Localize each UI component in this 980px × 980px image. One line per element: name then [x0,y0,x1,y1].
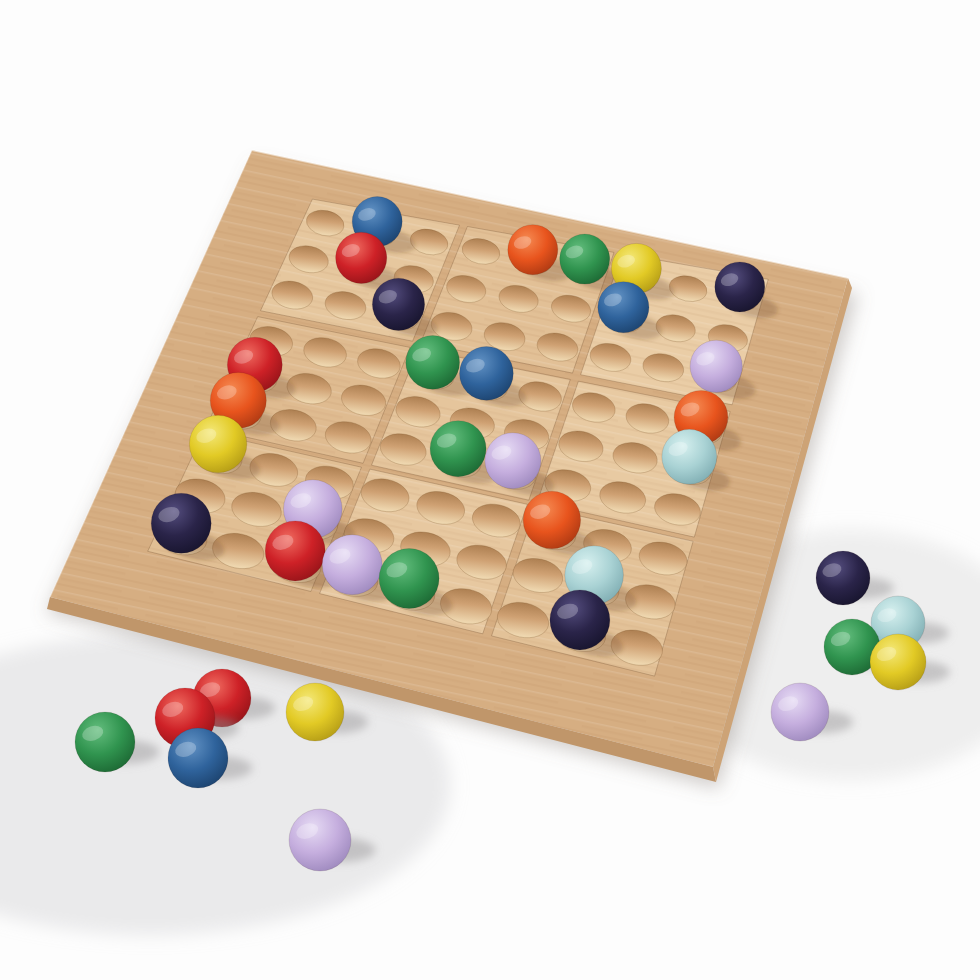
ball-dark-navy-r3c3[interactable] [372,278,424,330]
ball-blue-r2c7[interactable] [598,282,649,333]
loose-ball-yellow[interactable] [286,683,344,741]
ball-lavender-r6c6[interactable] [485,433,541,489]
ball-green-r9c5[interactable] [379,549,439,609]
ball-red-r2c2[interactable] [336,232,387,283]
ball-yellow-r7c1[interactable] [189,415,246,472]
ball-green-r1c6[interactable] [560,234,610,284]
loose-ball-lavender[interactable] [771,683,829,741]
ball-orange-r7c7[interactable] [523,491,580,548]
loose-ball-yellow[interactable] [870,634,926,690]
board-svg [0,0,980,980]
loose-ball-dark-navy[interactable] [816,551,870,605]
scene [0,0,980,980]
ball-lavender-r9c4[interactable] [322,535,382,595]
ball-green-r4c4[interactable] [406,336,460,390]
ball-dark-navy-r1c9[interactable] [715,262,765,312]
ball-blue-r4c5[interactable] [460,347,514,401]
ball-green-r6c5[interactable] [430,421,486,477]
loose-ball-blue[interactable] [168,728,228,788]
ball-orange-r1c5[interactable] [508,225,558,275]
loose-ball-green[interactable] [75,712,135,772]
ball-dark-navy-r9c1[interactable] [151,493,211,553]
ball-light-blue-r5c9[interactable] [662,429,717,484]
ball-red-r9c3[interactable] [265,521,325,581]
loose-ball-lavender[interactable] [289,809,351,871]
ball-lavender-r3c9[interactable] [690,340,742,392]
ball-dark-navy-r9c8[interactable] [550,590,610,650]
